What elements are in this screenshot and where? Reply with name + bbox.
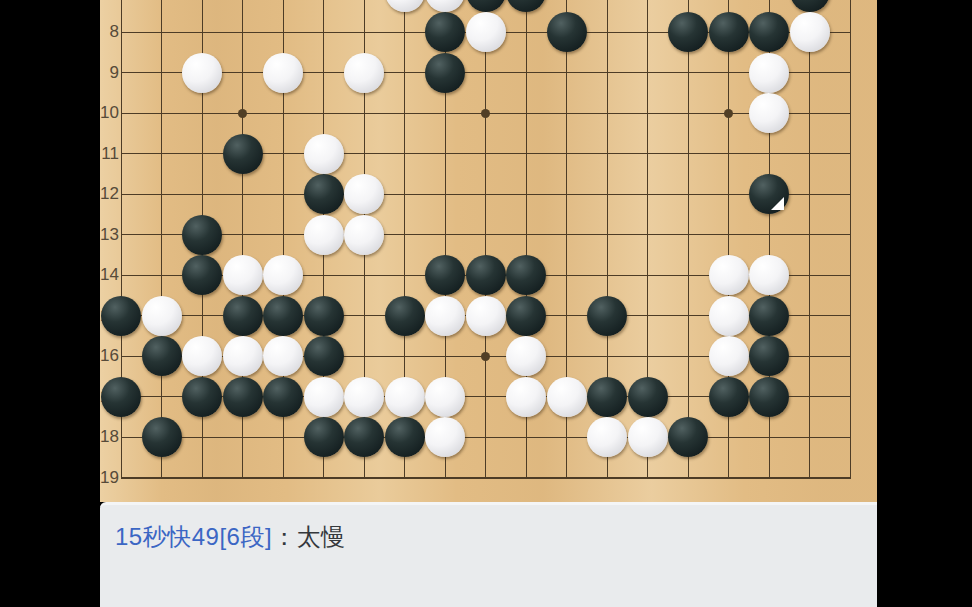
stone-white[interactable] [547, 377, 587, 417]
stone-black[interactable] [749, 377, 789, 417]
letterbox-right [877, 0, 972, 607]
grid-line-horizontal [121, 72, 851, 73]
stone-black[interactable] [466, 255, 506, 295]
grid-line-horizontal [121, 477, 851, 479]
stone-black[interactable] [344, 417, 384, 457]
row-label: 18 [100, 427, 119, 447]
stone-black[interactable] [506, 0, 546, 12]
stone-black[interactable] [263, 296, 303, 336]
stone-white[interactable] [749, 255, 789, 295]
stone-white[interactable] [304, 377, 344, 417]
row-label: 12 [100, 184, 119, 204]
stone-white[interactable] [304, 215, 344, 255]
stone-white[interactable] [749, 93, 789, 133]
stone-black[interactable] [101, 377, 141, 417]
stone-white[interactable] [790, 12, 830, 52]
stone-black[interactable] [304, 296, 344, 336]
stone-black[interactable] [749, 336, 789, 376]
stone-white[interactable] [425, 296, 465, 336]
row-label: 11 [100, 144, 119, 164]
stone-white[interactable] [466, 296, 506, 336]
stone-black[interactable] [182, 215, 222, 255]
stone-black[interactable] [425, 53, 465, 93]
stone-white[interactable] [344, 215, 384, 255]
row-label: 8 [100, 22, 119, 42]
stone-black[interactable] [547, 12, 587, 52]
stone-black[interactable] [506, 255, 546, 295]
stone-black[interactable] [182, 255, 222, 295]
chat-player-name: 15秒快49[6段] [115, 523, 272, 550]
stone-black[interactable] [668, 12, 708, 52]
stone-white[interactable] [344, 174, 384, 214]
stone-black[interactable] [304, 174, 344, 214]
stone-black[interactable] [587, 296, 627, 336]
stone-black[interactable] [668, 417, 708, 457]
stone-black[interactable] [466, 0, 506, 12]
stone-black[interactable] [709, 377, 749, 417]
row-label: 13 [100, 225, 119, 245]
letterbox-left [0, 0, 100, 607]
stone-black[interactable] [790, 0, 830, 12]
stone-black[interactable] [749, 12, 789, 52]
stone-white[interactable] [425, 0, 465, 12]
star-point [238, 109, 247, 118]
stone-black[interactable] [223, 296, 263, 336]
stone-black[interactable] [304, 417, 344, 457]
stone-white[interactable] [425, 377, 465, 417]
stone-black[interactable] [223, 134, 263, 174]
row-label: 16 [100, 346, 119, 366]
stone-white[interactable] [142, 296, 182, 336]
stone-black[interactable] [425, 12, 465, 52]
row-label: 14 [100, 265, 119, 285]
row-label: 9 [100, 63, 119, 83]
grid-line-horizontal [121, 234, 851, 235]
grid-line-horizontal [121, 437, 851, 438]
stone-white[interactable] [263, 336, 303, 376]
app-frame: 8910111213141516171819 15秒快49[6段]：太慢 [0, 0, 972, 607]
stone-white[interactable] [223, 336, 263, 376]
star-point [481, 109, 490, 118]
chat-message-text: 太慢 [297, 523, 346, 550]
chat-panel: 15秒快49[6段]：太慢 [100, 502, 877, 607]
go-board[interactable]: 8910111213141516171819 [100, 0, 877, 502]
stone-black[interactable] [223, 377, 263, 417]
stone-white[interactable] [709, 255, 749, 295]
chat-separator: ： [272, 523, 297, 550]
grid-line-horizontal [121, 194, 851, 195]
stone-black[interactable] [385, 296, 425, 336]
row-label: 19 [100, 468, 119, 488]
stone-white[interactable] [385, 0, 425, 12]
stone-white[interactable] [344, 377, 384, 417]
stone-white[interactable] [182, 336, 222, 376]
stone-white[interactable] [628, 417, 668, 457]
stone-black[interactable] [263, 377, 303, 417]
stone-black[interactable] [425, 255, 465, 295]
stone-black[interactable] [587, 377, 627, 417]
stone-white[interactable] [223, 255, 263, 295]
stone-white[interactable] [749, 53, 789, 93]
stone-white[interactable] [506, 336, 546, 376]
stone-black[interactable] [142, 417, 182, 457]
stone-white[interactable] [709, 336, 749, 376]
stone-white[interactable] [709, 296, 749, 336]
stone-black[interactable] [709, 12, 749, 52]
row-label: 10 [100, 103, 119, 123]
stone-white[interactable] [182, 53, 222, 93]
star-point [481, 352, 490, 361]
stone-black[interactable] [304, 336, 344, 376]
stone-black[interactable] [182, 377, 222, 417]
stone-white[interactable] [506, 377, 546, 417]
stone-black[interactable] [749, 174, 789, 214]
stone-white[interactable] [304, 134, 344, 174]
stone-white[interactable] [587, 417, 627, 457]
stone-black[interactable] [101, 296, 141, 336]
stone-black[interactable] [749, 296, 789, 336]
star-point [724, 109, 733, 118]
stone-white[interactable] [425, 417, 465, 457]
stone-white[interactable] [263, 53, 303, 93]
stone-white[interactable] [263, 255, 303, 295]
stone-black[interactable] [385, 417, 425, 457]
stone-white[interactable] [466, 12, 506, 52]
stone-black[interactable] [628, 377, 668, 417]
stone-black[interactable] [506, 296, 546, 336]
last-move-marker [771, 197, 784, 210]
stone-black[interactable] [142, 336, 182, 376]
stone-white[interactable] [385, 377, 425, 417]
chat-message: 15秒快49[6段]：太慢 [115, 521, 346, 553]
stone-white[interactable] [344, 53, 384, 93]
